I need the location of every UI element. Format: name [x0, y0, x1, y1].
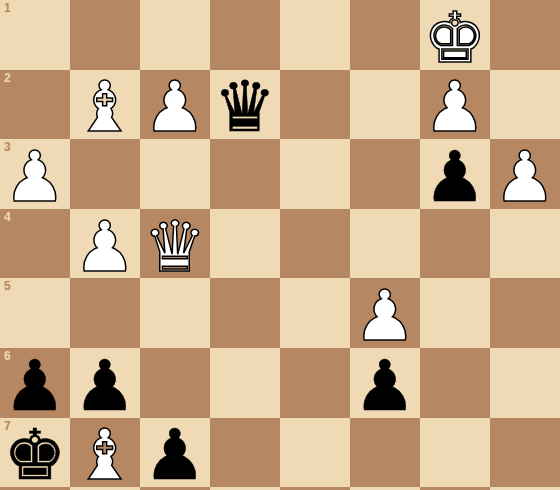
white-pawn-icon[interactable]: ♟ — [424, 72, 487, 142]
square[interactable]: 6♟ — [0, 348, 70, 418]
square[interactable]: 1 — [0, 0, 70, 70]
white-king-icon[interactable]: ♚ — [424, 3, 487, 73]
square[interactable]: ♟ — [140, 418, 210, 488]
square[interactable] — [420, 418, 490, 488]
square[interactable] — [210, 278, 280, 348]
square[interactable]: ♟ — [350, 348, 420, 418]
square[interactable] — [280, 348, 350, 418]
square[interactable] — [70, 139, 140, 209]
square[interactable]: 4 — [0, 209, 70, 279]
square[interactable] — [420, 348, 490, 418]
square[interactable] — [490, 278, 560, 348]
white-pawn-icon[interactable]: ♟ — [494, 142, 557, 212]
square[interactable] — [70, 278, 140, 348]
square[interactable] — [280, 0, 350, 70]
square[interactable] — [350, 70, 420, 140]
square[interactable] — [350, 139, 420, 209]
square[interactable] — [210, 348, 280, 418]
white-pawn-icon[interactable]: ♟ — [4, 142, 67, 212]
square[interactable]: ♟ — [420, 70, 490, 140]
square[interactable] — [350, 0, 420, 70]
white-bishop-icon[interactable]: ♝ — [74, 72, 137, 142]
square[interactable]: ♟ — [420, 139, 490, 209]
square[interactable] — [490, 70, 560, 140]
square[interactable]: ♟ — [70, 348, 140, 418]
square[interactable]: ♝ — [70, 418, 140, 488]
square[interactable] — [210, 209, 280, 279]
square[interactable] — [280, 209, 350, 279]
square[interactable] — [70, 0, 140, 70]
square[interactable] — [280, 70, 350, 140]
square[interactable] — [140, 348, 210, 418]
square[interactable]: 7♚ — [0, 418, 70, 488]
square[interactable]: ♟ — [70, 209, 140, 279]
black-pawn-icon[interactable]: ♟ — [424, 142, 487, 212]
black-pawn-icon[interactable]: ♟ — [74, 351, 137, 421]
square[interactable] — [490, 209, 560, 279]
square[interactable]: ♟ — [490, 139, 560, 209]
black-king-icon[interactable]: ♚ — [4, 420, 67, 490]
white-pawn-icon[interactable]: ♟ — [144, 72, 207, 142]
square[interactable]: ♝ — [70, 70, 140, 140]
white-bishop-icon[interactable]: ♝ — [74, 420, 137, 490]
square[interactable]: ♛ — [210, 70, 280, 140]
square[interactable] — [280, 418, 350, 488]
white-queen-icon[interactable]: ♛ — [144, 212, 207, 282]
square[interactable]: 5 — [0, 278, 70, 348]
square[interactable]: ♟ — [140, 70, 210, 140]
square[interactable] — [140, 0, 210, 70]
square[interactable] — [490, 348, 560, 418]
square[interactable]: ♛ — [140, 209, 210, 279]
square[interactable] — [210, 418, 280, 488]
square[interactable] — [420, 209, 490, 279]
square[interactable] — [210, 0, 280, 70]
square[interactable] — [280, 278, 350, 348]
white-pawn-icon[interactable]: ♟ — [354, 281, 417, 351]
square[interactable] — [490, 418, 560, 488]
square[interactable]: 3♟ — [0, 139, 70, 209]
rank-label: 4 — [4, 211, 11, 223]
white-pawn-icon[interactable]: ♟ — [74, 212, 137, 282]
black-pawn-icon[interactable]: ♟ — [4, 351, 67, 421]
square[interactable] — [350, 209, 420, 279]
rank-label: 1 — [4, 2, 11, 14]
square[interactable] — [140, 278, 210, 348]
square[interactable] — [350, 418, 420, 488]
square[interactable] — [280, 139, 350, 209]
square[interactable]: ♟ — [350, 278, 420, 348]
rank-label: 2 — [4, 72, 11, 84]
black-queen-icon[interactable]: ♛ — [214, 72, 277, 142]
square[interactable] — [210, 139, 280, 209]
square[interactable]: 2 — [0, 70, 70, 140]
black-pawn-icon[interactable]: ♟ — [144, 420, 207, 490]
square[interactable] — [420, 278, 490, 348]
chess-board-viewport: 1♚2♝♟♛♟3♟♟♟4♟♛5♟6♟♟♟7♚♝♟ — [0, 0, 560, 490]
square[interactable] — [490, 0, 560, 70]
black-pawn-icon[interactable]: ♟ — [354, 351, 417, 421]
chess-board: 1♚2♝♟♛♟3♟♟♟4♟♛5♟6♟♟♟7♚♝♟ — [0, 0, 560, 490]
rank-label: 5 — [4, 280, 11, 292]
square[interactable]: ♚ — [420, 0, 490, 70]
square[interactable] — [140, 139, 210, 209]
